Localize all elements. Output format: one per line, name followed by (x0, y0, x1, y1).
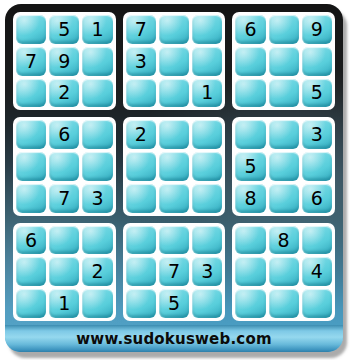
box-2: 731 (123, 12, 226, 110)
cell-r1c6[interactable] (192, 15, 222, 44)
cell-r7c4[interactable] (126, 226, 156, 255)
cell-r8c2[interactable] (49, 257, 79, 286)
cell-r7c1[interactable]: 6 (16, 226, 46, 255)
cell-r7c8[interactable]: 8 (269, 226, 299, 255)
box-7: 621 (13, 223, 116, 321)
cell-r2c8[interactable] (269, 47, 299, 76)
cell-r2c2[interactable]: 9 (49, 47, 79, 76)
sudoku-board: 517927316956732358662173584 www.sudokusw… (5, 4, 343, 352)
cell-r8c8[interactable] (269, 257, 299, 286)
cell-r2c9[interactable] (302, 47, 332, 76)
cell-r8c6[interactable]: 3 (192, 257, 222, 286)
cell-r5c6[interactable] (192, 152, 222, 181)
cell-r9c6[interactable] (192, 289, 222, 318)
cell-r8c3[interactable]: 2 (82, 257, 112, 286)
cell-r2c5[interactable] (159, 47, 189, 76)
cell-r4c2[interactable]: 6 (49, 120, 79, 149)
cell-r1c8[interactable] (269, 15, 299, 44)
cell-r4c5[interactable] (159, 120, 189, 149)
cell-r6c4[interactable] (126, 184, 156, 213)
cell-r9c7[interactable] (235, 289, 265, 318)
cell-r8c4[interactable] (126, 257, 156, 286)
cell-r2c6[interactable] (192, 47, 222, 76)
cell-r1c5[interactable] (159, 15, 189, 44)
cell-r9c3[interactable] (82, 289, 112, 318)
cell-r1c9[interactable]: 9 (302, 15, 332, 44)
cell-r2c3[interactable] (82, 47, 112, 76)
cell-r5c5[interactable] (159, 152, 189, 181)
cell-r1c7[interactable]: 6 (235, 15, 265, 44)
cell-r3c3[interactable] (82, 79, 112, 108)
cell-r3c9[interactable]: 5 (302, 79, 332, 108)
cell-r8c1[interactable] (16, 257, 46, 286)
cell-r7c9[interactable] (302, 226, 332, 255)
cell-r6c9[interactable]: 6 (302, 184, 332, 213)
cell-r6c6[interactable] (192, 184, 222, 213)
cell-r7c3[interactable] (82, 226, 112, 255)
cell-r1c4[interactable]: 7 (126, 15, 156, 44)
cell-r4c7[interactable] (235, 120, 265, 149)
cell-r6c7[interactable]: 8 (235, 184, 265, 213)
cell-r1c3[interactable]: 1 (82, 15, 112, 44)
box-1: 51792 (13, 12, 116, 110)
cell-r8c5[interactable]: 7 (159, 257, 189, 286)
cell-r7c2[interactable] (49, 226, 79, 255)
cell-r9c5[interactable]: 5 (159, 289, 189, 318)
cell-r3c1[interactable] (16, 79, 46, 108)
cell-r1c2[interactable]: 5 (49, 15, 79, 44)
cell-r4c9[interactable]: 3 (302, 120, 332, 149)
cell-r5c2[interactable] (49, 152, 79, 181)
cell-r4c3[interactable] (82, 120, 112, 149)
cell-r8c7[interactable] (235, 257, 265, 286)
sudoku-grid: 517927316956732358662173584 (13, 12, 335, 321)
cell-r9c9[interactable] (302, 289, 332, 318)
footer-band: www.sudokusweb.com (5, 325, 343, 352)
cell-r4c4[interactable]: 2 (126, 120, 156, 149)
site-url: www.sudokusweb.com (76, 330, 271, 348)
cell-r2c4[interactable]: 3 (126, 47, 156, 76)
cell-r7c7[interactable] (235, 226, 265, 255)
box-5: 2 (123, 117, 226, 215)
box-9: 84 (232, 223, 335, 321)
cell-r5c7[interactable]: 5 (235, 152, 265, 181)
cell-r3c7[interactable] (235, 79, 265, 108)
cell-r7c5[interactable] (159, 226, 189, 255)
cell-r6c2[interactable]: 7 (49, 184, 79, 213)
cell-r5c9[interactable] (302, 152, 332, 181)
cell-r6c5[interactable] (159, 184, 189, 213)
cell-r9c1[interactable] (16, 289, 46, 318)
cell-r2c1[interactable]: 7 (16, 47, 46, 76)
cell-r9c4[interactable] (126, 289, 156, 318)
cell-r3c6[interactable]: 1 (192, 79, 222, 108)
cell-r7c6[interactable] (192, 226, 222, 255)
box-3: 695 (232, 12, 335, 110)
cell-r4c6[interactable] (192, 120, 222, 149)
cell-r5c8[interactable] (269, 152, 299, 181)
cell-r6c3[interactable]: 3 (82, 184, 112, 213)
box-8: 735 (123, 223, 226, 321)
cell-r2c7[interactable] (235, 47, 265, 76)
cell-r6c8[interactable] (269, 184, 299, 213)
cell-r5c4[interactable] (126, 152, 156, 181)
cell-r3c4[interactable] (126, 79, 156, 108)
cell-r3c8[interactable] (269, 79, 299, 108)
cell-r9c2[interactable]: 1 (49, 289, 79, 318)
cell-r4c8[interactable] (269, 120, 299, 149)
box-6: 3586 (232, 117, 335, 215)
cell-r6c1[interactable] (16, 184, 46, 213)
cell-r3c2[interactable]: 2 (49, 79, 79, 108)
cell-r9c8[interactable] (269, 289, 299, 318)
cell-r5c3[interactable] (82, 152, 112, 181)
cell-r1c1[interactable] (16, 15, 46, 44)
box-4: 673 (13, 117, 116, 215)
cell-r5c1[interactable] (16, 152, 46, 181)
cell-r8c9[interactable]: 4 (302, 257, 332, 286)
cell-r4c1[interactable] (16, 120, 46, 149)
cell-r3c5[interactable] (159, 79, 189, 108)
